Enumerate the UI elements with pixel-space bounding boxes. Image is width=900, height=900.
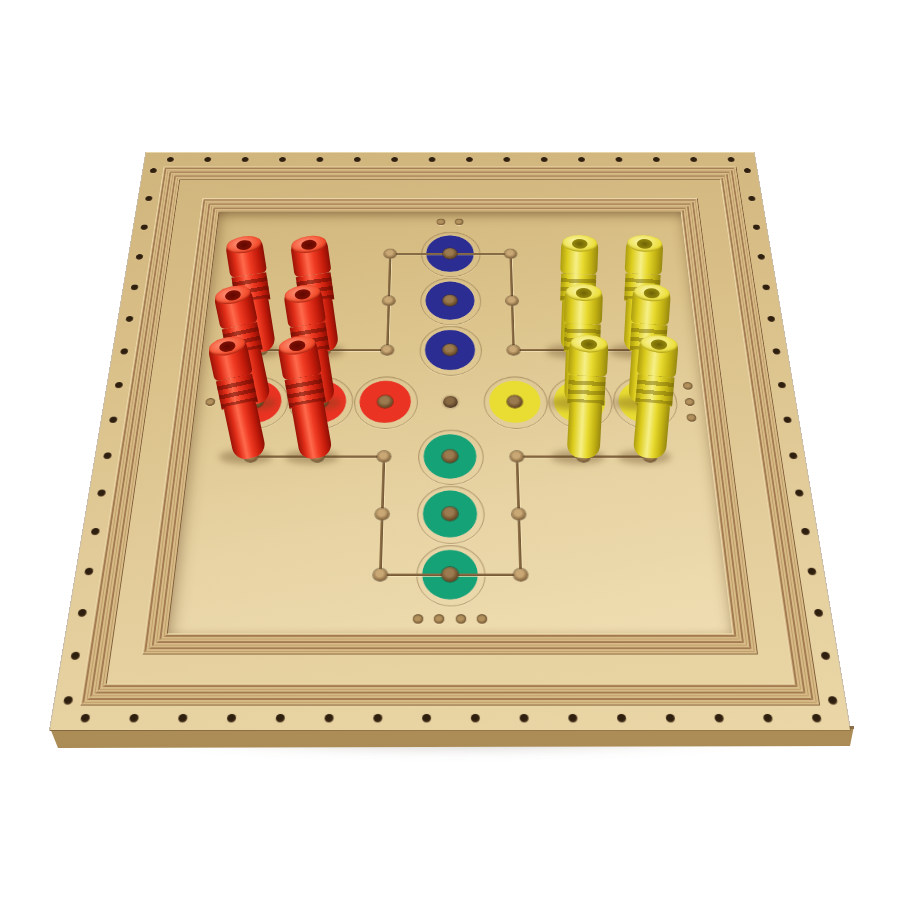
pegs-layer [0,0,900,900]
peg-body [567,402,603,459]
peg-body [633,402,671,460]
peg-body [223,401,267,462]
peg-body [291,401,333,461]
scene [0,0,900,900]
peg-top-hole [572,238,588,248]
peg-yellow[interactable] [563,334,608,459]
peg-top-hole [575,287,591,298]
